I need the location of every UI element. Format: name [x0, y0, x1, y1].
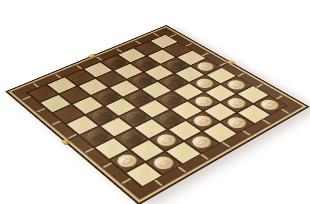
board-frame: ⛂⛂⛂⛂⛂⛂⛂⛂⛀⛂⛂⛂⛀⛂⛂⛀⛀⛀⛀⛀⛀⛀⛀⛀⛀: [5, 25, 309, 204]
hinge-left-icon: [61, 139, 70, 145]
product-photo-stage: ⛂⛂⛂⛂⛂⛂⛂⛂⛀⛂⛂⛂⛀⛂⛂⛀⛀⛀⛀⛀⛀⛀⛀⛀⛀: [0, 0, 310, 204]
clasp-right-icon: [227, 60, 236, 65]
playing-grid: ⛂⛂⛂⛂⛂⛂⛂⛂⛀⛂⛂⛂⛀⛂⛂⛀⛀⛀⛀⛀⛀⛀⛀⛀⛀: [26, 34, 288, 188]
hinge-top-icon: [88, 54, 97, 58]
checkers-board: ⛂⛂⛂⛂⛂⛂⛂⛂⛀⛂⛂⛂⛀⛂⛂⛀⛀⛀⛀⛀⛀⛀⛀⛀⛀: [5, 25, 309, 204]
